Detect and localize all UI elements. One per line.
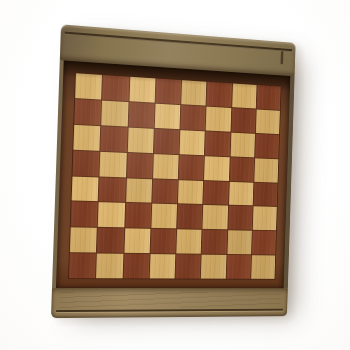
square-c7[interactable] <box>128 102 154 128</box>
square-e8[interactable] <box>181 80 206 105</box>
square-h3[interactable] <box>253 207 277 231</box>
square-b1[interactable] <box>96 254 123 279</box>
square-c3[interactable] <box>125 203 151 228</box>
square-b6[interactable] <box>101 126 128 152</box>
square-g2[interactable] <box>227 231 252 255</box>
square-a6[interactable] <box>73 125 100 151</box>
square-b5[interactable] <box>100 151 127 176</box>
board-frame <box>52 60 295 288</box>
square-e4[interactable] <box>178 180 203 205</box>
square-c4[interactable] <box>126 178 152 203</box>
square-d4[interactable] <box>152 179 178 204</box>
square-f3[interactable] <box>203 205 228 229</box>
square-d3[interactable] <box>151 204 177 229</box>
square-d6[interactable] <box>154 129 180 154</box>
square-h2[interactable] <box>252 231 276 255</box>
square-g6[interactable] <box>230 132 255 157</box>
square-f8[interactable] <box>207 82 232 107</box>
square-d2[interactable] <box>150 229 176 253</box>
bottom-rail <box>51 288 288 318</box>
square-c2[interactable] <box>124 229 150 254</box>
square-d1[interactable] <box>149 254 175 278</box>
square-h8[interactable] <box>256 85 280 110</box>
square-c8[interactable] <box>129 77 155 103</box>
square-a2[interactable] <box>70 228 97 253</box>
square-f7[interactable] <box>206 106 231 131</box>
square-h1[interactable] <box>251 255 275 279</box>
square-a7[interactable] <box>74 99 101 125</box>
square-c6[interactable] <box>127 127 153 152</box>
top-rail-groove <box>65 32 292 52</box>
square-h4[interactable] <box>253 182 277 206</box>
square-h6[interactable] <box>255 134 279 158</box>
square-f1[interactable] <box>201 255 226 279</box>
square-f2[interactable] <box>202 230 227 254</box>
square-f5[interactable] <box>204 156 229 181</box>
square-e1[interactable] <box>175 254 200 278</box>
square-b7[interactable] <box>101 100 128 126</box>
checkerboard <box>68 72 282 280</box>
top-rail-notch <box>280 51 283 64</box>
square-g8[interactable] <box>232 83 257 108</box>
square-e2[interactable] <box>176 230 201 254</box>
square-d5[interactable] <box>153 154 179 179</box>
square-f6[interactable] <box>205 131 230 156</box>
square-c5[interactable] <box>126 153 152 178</box>
square-g4[interactable] <box>229 181 254 205</box>
square-g1[interactable] <box>226 255 251 279</box>
square-g7[interactable] <box>231 108 256 133</box>
square-a1[interactable] <box>69 253 96 278</box>
square-b8[interactable] <box>102 75 129 101</box>
square-g5[interactable] <box>229 157 254 181</box>
bottom-rail-grain <box>59 292 281 308</box>
game-box <box>51 24 296 318</box>
square-b3[interactable] <box>98 203 125 228</box>
square-d8[interactable] <box>155 78 181 104</box>
square-b4[interactable] <box>99 177 126 202</box>
bottom-rail-groove <box>56 309 283 312</box>
square-a4[interactable] <box>72 176 99 201</box>
square-a8[interactable] <box>75 73 102 99</box>
square-e7[interactable] <box>180 105 205 130</box>
square-h5[interactable] <box>254 158 278 182</box>
square-a3[interactable] <box>71 202 98 227</box>
square-d7[interactable] <box>154 104 180 129</box>
square-e6[interactable] <box>180 130 205 155</box>
square-b2[interactable] <box>97 228 124 253</box>
photo-background <box>0 0 350 350</box>
square-a5[interactable] <box>72 150 99 176</box>
square-e3[interactable] <box>177 205 202 229</box>
square-f4[interactable] <box>203 181 228 205</box>
square-c1[interactable] <box>123 254 149 278</box>
square-e5[interactable] <box>179 155 204 180</box>
square-g3[interactable] <box>228 206 253 230</box>
square-h7[interactable] <box>256 109 280 134</box>
